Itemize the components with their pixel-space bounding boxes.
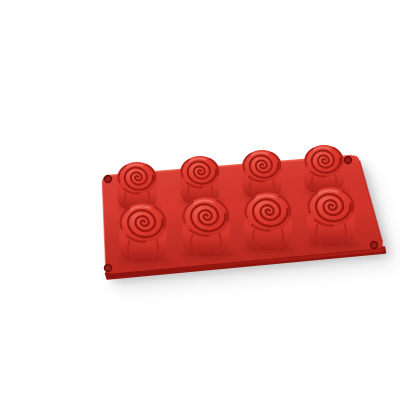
product-photo-svg [40, 16, 400, 400]
rose-cavity-r2c1 [119, 204, 167, 262]
rose-cavity-r1c3 [242, 150, 281, 198]
rose-cavity-r2c4 [307, 188, 355, 246]
corner-hole-3 [371, 242, 378, 249]
rose-cavity-r1c2 [180, 156, 219, 204]
rose-cavity-r1c4 [304, 145, 343, 193]
corner-hole-2 [345, 157, 352, 164]
corner-hole-1 [105, 176, 112, 183]
rose-cavity-r2c3 [244, 193, 292, 251]
product-photo: Red silicone baking mold with 8 rose-sha… [40, 16, 400, 400]
corner-hole-4 [105, 265, 112, 272]
rose-cavity-r2c2 [182, 198, 230, 256]
rose-cavity-r1c1 [117, 162, 156, 210]
